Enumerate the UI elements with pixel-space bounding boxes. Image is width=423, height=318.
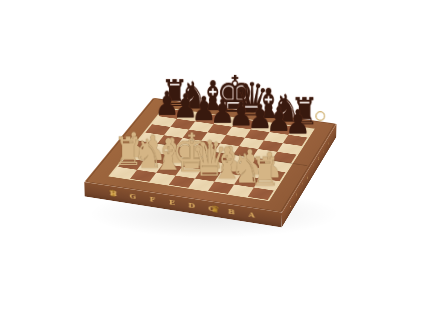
- file-label-f: F: [146, 193, 158, 204]
- rank-label-7: 7: [322, 146, 324, 157]
- product-photo: ♛ ♛ HGFEDCBA 12345678 ♜♞♝♚♛♝♞♜♟♟♟♟♟♟♟♟♟♟…: [0, 0, 423, 318]
- file-label-e: E: [166, 196, 178, 207]
- piece-white-knight-g1[interactable]: ♞: [133, 134, 154, 174]
- rank-label-5: 5: [312, 163, 314, 174]
- file-label-c: C: [206, 203, 218, 214]
- piece-white-rook-h1[interactable]: ♜: [114, 132, 135, 171]
- piece-white-rook-a1[interactable]: ♜: [250, 152, 271, 192]
- rank-label-8: 8: [328, 137, 330, 148]
- rank-label-6: 6: [317, 154, 319, 165]
- file-label-b: B: [225, 206, 237, 217]
- file-label-g: G: [127, 190, 139, 201]
- rank-label-2: 2: [295, 190, 297, 202]
- piece-white-bishop-c1[interactable]: ♝: [211, 142, 232, 185]
- rank-label-1: 1: [289, 199, 291, 211]
- file-label-h: H: [107, 187, 119, 198]
- rank-label-3: 3: [301, 181, 303, 193]
- rank-label-4: 4: [306, 172, 308, 183]
- piece-white-queen-d1[interactable]: ♛: [191, 134, 212, 183]
- piece-white-knight-b1[interactable]: ♞: [230, 148, 251, 188]
- file-label-d: D: [186, 200, 198, 211]
- piece-white-bishop-f1[interactable]: ♝: [152, 134, 173, 177]
- chess-board: ♛ ♛ HGFEDCBA 12345678 ♜♞♝♚♛♝♞♜♟♟♟♟♟♟♟♟♟♟…: [84, 98, 336, 213]
- file-label-a: A: [245, 209, 257, 220]
- piece-white-king-e1[interactable]: ♚: [171, 126, 192, 180]
